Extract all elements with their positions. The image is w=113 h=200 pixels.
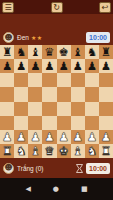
white-rook-piece: ♜ <box>2 144 12 158</box>
square-c6[interactable] <box>28 73 42 87</box>
nav-recents-icon[interactable]: ■ <box>81 186 88 193</box>
square-e5[interactable] <box>57 87 71 101</box>
square-g8[interactable]: ♞ <box>85 45 99 59</box>
square-a8[interactable]: ♜ <box>0 45 14 59</box>
nav-back-icon[interactable]: ◀ <box>25 186 30 193</box>
white-clock: 10:00 <box>86 163 110 174</box>
square-c1[interactable]: ♝ <box>28 144 42 158</box>
hourglass-icon <box>76 164 83 173</box>
white-avatar-face-icon: ☻ <box>4 164 12 172</box>
square-b5[interactable] <box>14 87 28 101</box>
square-e6[interactable] <box>57 73 71 87</box>
square-f2[interactable]: ♟ <box>71 130 85 144</box>
square-f4[interactable] <box>71 102 85 116</box>
square-d5[interactable] <box>42 87 56 101</box>
white-pawn-piece: ♟ <box>16 130 26 144</box>
square-b3[interactable] <box>14 116 28 130</box>
square-e8[interactable]: ♚ <box>57 45 71 59</box>
square-f8[interactable]: ♝ <box>71 45 85 59</box>
square-b8[interactable]: ♞ <box>14 45 28 59</box>
black-pawn-piece: ♟ <box>44 59 54 73</box>
square-h2[interactable]: ♟ <box>99 130 113 144</box>
black-pawn-piece: ♟ <box>30 59 40 73</box>
square-a2[interactable]: ♟ <box>0 130 14 144</box>
square-c4[interactable] <box>28 102 42 116</box>
black-avatar: ☻ <box>3 32 14 43</box>
black-bishop-piece: ♝ <box>30 45 40 59</box>
square-e7[interactable]: ♟ <box>57 59 71 73</box>
square-b1[interactable]: ♞ <box>14 144 28 158</box>
square-e3[interactable] <box>57 116 71 130</box>
square-h3[interactable] <box>99 116 113 130</box>
square-f5[interactable] <box>71 87 85 101</box>
black-pawn-piece: ♟ <box>16 59 26 73</box>
square-d3[interactable] <box>42 116 56 130</box>
black-rook-piece: ♜ <box>101 45 111 59</box>
new-game-button[interactable]: ↻ <box>51 2 63 13</box>
white-pawn-piece: ♟ <box>58 130 68 144</box>
square-d2[interactable]: ♟ <box>42 130 56 144</box>
square-g4[interactable] <box>85 102 99 116</box>
square-a4[interactable] <box>0 102 14 116</box>
square-b4[interactable] <box>14 102 28 116</box>
square-g7[interactable]: ♟ <box>85 59 99 73</box>
square-h4[interactable] <box>99 102 113 116</box>
square-d8[interactable]: ♛ <box>42 45 56 59</box>
menu-button[interactable]: ☰ <box>2 2 14 13</box>
square-g5[interactable] <box>85 87 99 101</box>
black-knight-piece: ♞ <box>87 45 97 59</box>
square-e4[interactable] <box>57 102 71 116</box>
square-a7[interactable]: ♟ <box>0 59 14 73</box>
hamburger-icon: ☰ <box>4 3 11 12</box>
square-b2[interactable]: ♟ <box>14 130 28 144</box>
black-pawn-piece: ♟ <box>2 59 12 73</box>
square-g2[interactable]: ♟ <box>85 130 99 144</box>
white-player-bar: ☻ Trắng (0) 10:00 <box>0 158 113 178</box>
square-h1[interactable]: ♜ <box>99 144 113 158</box>
square-h6[interactable] <box>99 73 113 87</box>
white-knight-piece: ♞ <box>87 144 97 158</box>
square-h7[interactable]: ♟ <box>99 59 113 73</box>
square-c7[interactable]: ♟ <box>28 59 42 73</box>
black-queen-piece: ♛ <box>44 45 54 59</box>
square-d1[interactable]: ♛ <box>42 144 56 158</box>
square-f7[interactable]: ♟ <box>71 59 85 73</box>
black-player-stars: ★★ <box>31 34 43 41</box>
square-a5[interactable] <box>0 87 14 101</box>
white-pawn-piece: ♟ <box>30 130 40 144</box>
black-avatar-face-icon: ☻ <box>4 34 12 42</box>
chess-board: ♜♞♝♛♚♝♞♜♟♟♟♟♟♟♟♟♟♟♟♟♟♟♟♟♜♞♝♛♚♝♞♜ <box>0 45 113 158</box>
android-nav-bar: ◀ ● ■ <box>0 178 113 200</box>
black-knight-piece: ♞ <box>16 45 26 59</box>
white-avatar: ☻ <box>3 163 14 174</box>
white-pawn-piece: ♟ <box>87 130 97 144</box>
square-c3[interactable] <box>28 116 42 130</box>
square-d4[interactable] <box>42 102 56 116</box>
undo-icon: ↩ <box>102 3 109 12</box>
black-pawn-piece: ♟ <box>87 59 97 73</box>
action-bar: ☰ ↻ ↩ <box>0 0 113 14</box>
refresh-icon: ↻ <box>53 3 60 12</box>
black-pawn-piece: ♟ <box>58 59 68 73</box>
white-king-piece: ♚ <box>58 144 68 158</box>
square-h8[interactable]: ♜ <box>99 45 113 59</box>
white-queen-piece: ♛ <box>44 144 54 158</box>
black-player-name: Đen <box>17 34 29 41</box>
black-pawn-piece: ♟ <box>73 59 83 73</box>
square-g6[interactable] <box>85 73 99 87</box>
black-pawn-piece: ♟ <box>101 59 111 73</box>
white-pawn-piece: ♟ <box>101 130 111 144</box>
square-c2[interactable]: ♟ <box>28 130 42 144</box>
square-b6[interactable] <box>14 73 28 87</box>
black-bishop-piece: ♝ <box>73 45 83 59</box>
square-e2[interactable]: ♟ <box>57 130 71 144</box>
black-king-piece: ♚ <box>58 45 68 59</box>
white-pawn-piece: ♟ <box>44 130 54 144</box>
white-bishop-piece: ♝ <box>73 144 83 158</box>
square-a6[interactable] <box>0 73 14 87</box>
square-g3[interactable] <box>85 116 99 130</box>
square-f6[interactable] <box>71 73 85 87</box>
square-d7[interactable]: ♟ <box>42 59 56 73</box>
black-rook-piece: ♜ <box>2 45 12 59</box>
square-d6[interactable] <box>42 73 56 87</box>
square-c8[interactable]: ♝ <box>28 45 42 59</box>
black-player-bar: ☻ Đen ★★ 10:00 <box>0 14 113 45</box>
white-player-name: Trắng (0) <box>17 165 44 172</box>
white-rook-piece: ♜ <box>101 144 111 158</box>
square-b7[interactable]: ♟ <box>14 59 28 73</box>
app-window: ☰ ↻ ↩ ☻ Đen ★★ 10:00 ♜♞♝♛♚♝♞♜♟♟♟♟♟♟♟♟♟♟♟… <box>0 0 113 200</box>
square-g1[interactable]: ♞ <box>85 144 99 158</box>
square-h5[interactable] <box>99 87 113 101</box>
white-pawn-piece: ♟ <box>73 130 83 144</box>
nav-home-icon[interactable]: ● <box>53 186 59 193</box>
white-knight-piece: ♞ <box>16 144 26 158</box>
square-a1[interactable]: ♜ <box>0 144 14 158</box>
black-clock: 10:00 <box>86 32 110 43</box>
square-f3[interactable] <box>71 116 85 130</box>
square-a3[interactable] <box>0 116 14 130</box>
undo-button[interactable]: ↩ <box>99 2 111 13</box>
square-f1[interactable]: ♝ <box>71 144 85 158</box>
square-e1[interactable]: ♚ <box>57 144 71 158</box>
white-pawn-piece: ♟ <box>2 130 12 144</box>
white-bishop-piece: ♝ <box>30 144 40 158</box>
square-c5[interactable] <box>28 87 42 101</box>
